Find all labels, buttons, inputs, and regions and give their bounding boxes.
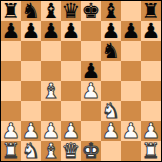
square-f5[interactable] [101, 61, 121, 81]
square-c7[interactable]: ♟ [41, 21, 61, 41]
square-c4[interactable]: ♝ [41, 81, 61, 101]
square-a5[interactable] [1, 61, 21, 81]
square-e8[interactable]: ♚ [81, 1, 101, 21]
white-bishop-c4-piece[interactable]: ♝ [42, 81, 61, 101]
square-b1[interactable]: ♞ [21, 141, 41, 161]
black-pawn-a7-piece[interactable]: ♟ [2, 21, 21, 41]
square-f1[interactable] [101, 141, 121, 161]
square-h8[interactable]: ♜ [141, 1, 161, 21]
square-b8[interactable]: ♞ [21, 1, 41, 21]
white-rook-a1-piece[interactable]: ♜ [2, 141, 21, 161]
black-pawn-c7-piece[interactable]: ♟ [42, 21, 61, 41]
black-rook-h8-piece[interactable]: ♜ [142, 1, 161, 21]
square-h7[interactable]: ♟ [141, 21, 161, 41]
white-pawn-h2-piece[interactable]: ♟ [142, 121, 161, 141]
white-knight-b1-piece[interactable]: ♞ [22, 141, 41, 161]
square-g1[interactable] [121, 141, 141, 161]
white-king-e1-piece[interactable]: ♚ [82, 141, 101, 161]
square-h6[interactable] [141, 41, 161, 61]
white-pawn-c2-piece[interactable]: ♟ [42, 121, 61, 141]
black-pawn-f7-piece[interactable]: ♟ [102, 21, 121, 41]
square-b7[interactable]: ♟ [21, 21, 41, 41]
square-g6[interactable] [121, 41, 141, 61]
square-e4[interactable]: ♟ [81, 81, 101, 101]
square-h2[interactable]: ♟ [141, 121, 161, 141]
square-d1[interactable]: ♛ [61, 141, 81, 161]
square-h5[interactable] [141, 61, 161, 81]
square-b3[interactable] [21, 101, 41, 121]
square-f4[interactable] [101, 81, 121, 101]
square-g3[interactable] [121, 101, 141, 121]
white-pawn-f2-piece[interactable]: ♟ [102, 121, 121, 141]
square-a2[interactable]: ♟ [1, 121, 21, 141]
white-pawn-d2-piece[interactable]: ♟ [62, 121, 81, 141]
black-pawn-e5-piece[interactable]: ♟ [82, 61, 101, 81]
black-pawn-b7-piece[interactable]: ♟ [22, 21, 41, 41]
square-c8[interactable]: ♝ [41, 1, 61, 21]
square-f7[interactable]: ♟ [101, 21, 121, 41]
black-queen-d8-piece[interactable]: ♛ [62, 1, 81, 21]
white-pawn-b2-piece[interactable]: ♟ [22, 121, 41, 141]
square-b6[interactable] [21, 41, 41, 61]
square-d6[interactable] [61, 41, 81, 61]
black-knight-b8-piece[interactable]: ♞ [22, 1, 41, 21]
white-pawn-e4-piece[interactable]: ♟ [82, 81, 101, 101]
square-g2[interactable]: ♟ [121, 121, 141, 141]
square-h3[interactable] [141, 101, 161, 121]
square-d3[interactable] [61, 101, 81, 121]
square-a8[interactable]: ♜ [1, 1, 21, 21]
black-bishop-f8-piece[interactable]: ♝ [102, 1, 121, 21]
black-pawn-h7-piece[interactable]: ♟ [142, 21, 161, 41]
square-a3[interactable] [1, 101, 21, 121]
square-a6[interactable] [1, 41, 21, 61]
white-rook-h1-piece[interactable]: ♜ [142, 141, 161, 161]
black-king-e8-piece[interactable]: ♚ [82, 1, 101, 21]
square-f3[interactable]: ♞ [101, 101, 121, 121]
black-pawn-g7-piece[interactable]: ♟ [122, 21, 141, 41]
square-e2[interactable] [81, 121, 101, 141]
square-f2[interactable]: ♟ [101, 121, 121, 141]
square-d2[interactable]: ♟ [61, 121, 81, 141]
square-g8[interactable] [121, 1, 141, 21]
white-pawn-g2-piece[interactable]: ♟ [122, 121, 141, 141]
square-b2[interactable]: ♟ [21, 121, 41, 141]
square-c6[interactable] [41, 41, 61, 61]
square-a4[interactable] [1, 81, 21, 101]
square-g5[interactable] [121, 61, 141, 81]
black-knight-f6-piece[interactable]: ♞ [102, 41, 121, 61]
square-e3[interactable] [81, 101, 101, 121]
square-c1[interactable]: ♝ [41, 141, 61, 161]
square-h1[interactable]: ♜ [141, 141, 161, 161]
square-f6[interactable]: ♞ [101, 41, 121, 61]
white-pawn-a2-piece[interactable]: ♟ [2, 121, 21, 141]
white-knight-f3-piece[interactable]: ♞ [102, 101, 121, 121]
square-d7[interactable]: ♟ [61, 21, 81, 41]
black-pawn-d7-piece[interactable]: ♟ [62, 21, 81, 41]
square-c5[interactable] [41, 61, 61, 81]
square-e6[interactable] [81, 41, 101, 61]
square-e5[interactable]: ♟ [81, 61, 101, 81]
white-bishop-c1-piece[interactable]: ♝ [42, 141, 61, 161]
square-b5[interactable] [21, 61, 41, 81]
square-a7[interactable]: ♟ [1, 21, 21, 41]
square-d4[interactable] [61, 81, 81, 101]
square-c2[interactable]: ♟ [41, 121, 61, 141]
square-g4[interactable] [121, 81, 141, 101]
square-b4[interactable] [21, 81, 41, 101]
square-h4[interactable] [141, 81, 161, 101]
chess-board: ♜♞♝♛♚♝♜♟♟♟♟♟♟♟♞♟♝♟♞♟♟♟♟♟♟♟♜♞♝♛♚♜ [0, 0, 162, 162]
square-a1[interactable]: ♜ [1, 141, 21, 161]
white-queen-d1-piece[interactable]: ♛ [62, 141, 81, 161]
square-f8[interactable]: ♝ [101, 1, 121, 21]
square-c3[interactable] [41, 101, 61, 121]
square-e1[interactable]: ♚ [81, 141, 101, 161]
square-d5[interactable] [61, 61, 81, 81]
black-bishop-c8-piece[interactable]: ♝ [42, 1, 61, 21]
square-d8[interactable]: ♛ [61, 1, 81, 21]
black-rook-a8-piece[interactable]: ♜ [2, 1, 21, 21]
square-e7[interactable] [81, 21, 101, 41]
square-g7[interactable]: ♟ [121, 21, 141, 41]
